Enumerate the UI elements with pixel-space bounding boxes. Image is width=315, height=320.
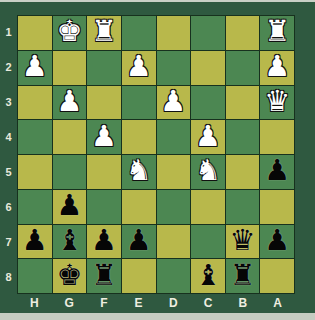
rank-label-7: 7 — [0, 224, 17, 259]
square-g1[interactable]: ♚ — [53, 16, 87, 50]
piece-black-pawn[interactable]: ♟ — [91, 226, 117, 255]
piece-white-pawn[interactable]: ♟ — [195, 122, 221, 151]
piece-white-knight[interactable]: ♞ — [195, 156, 221, 185]
square-c8[interactable]: ♝ — [191, 259, 225, 293]
square-d3[interactable]: ♟ — [157, 86, 191, 120]
piece-white-pawn[interactable]: ♟ — [56, 87, 82, 116]
square-c2[interactable] — [191, 51, 225, 85]
file-label-h: H — [17, 294, 52, 312]
square-e5[interactable]: ♞ — [122, 155, 156, 189]
square-d5[interactable] — [157, 155, 191, 189]
square-g2[interactable] — [53, 51, 87, 85]
rank-label-6: 6 — [0, 189, 17, 224]
square-g5[interactable] — [53, 155, 87, 189]
square-b4[interactable] — [226, 120, 260, 154]
square-a8[interactable] — [260, 259, 294, 293]
square-c1[interactable] — [191, 16, 225, 50]
square-c7[interactable] — [191, 225, 225, 259]
square-a2[interactable]: ♟ — [260, 51, 294, 85]
square-b1[interactable] — [226, 16, 260, 50]
piece-white-knight[interactable]: ♞ — [126, 156, 152, 185]
square-d7[interactable] — [157, 225, 191, 259]
file-label-d: D — [156, 294, 191, 312]
piece-white-pawn[interactable]: ♟ — [22, 52, 48, 81]
piece-black-pawn[interactable]: ♟ — [56, 191, 82, 220]
chessboard-window: 12345678 ♚♜♜♟♟♟♟♟♛♟♟♞♞♟♟♟♝♟♟♛♟♚♜♝♜ HGFED… — [0, 0, 315, 320]
rank-label-3: 3 — [0, 85, 17, 120]
square-g7[interactable]: ♝ — [53, 225, 87, 259]
square-f5[interactable] — [87, 155, 121, 189]
piece-black-pawn[interactable]: ♟ — [264, 156, 290, 185]
square-e1[interactable] — [122, 16, 156, 50]
square-e7[interactable]: ♟ — [122, 225, 156, 259]
square-c5[interactable]: ♞ — [191, 155, 225, 189]
piece-white-pawn[interactable]: ♟ — [91, 122, 117, 151]
piece-black-bishop[interactable]: ♝ — [56, 226, 82, 255]
board: ♚♜♜♟♟♟♟♟♛♟♟♞♞♟♟♟♝♟♟♛♟♚♜♝♜ — [17, 15, 295, 294]
piece-black-pawn[interactable]: ♟ — [264, 226, 290, 255]
square-e8[interactable] — [122, 259, 156, 293]
square-f7[interactable]: ♟ — [87, 225, 121, 259]
file-labels: HGFEDCBA — [17, 294, 295, 312]
square-h3[interactable] — [18, 86, 52, 120]
piece-black-rook[interactable]: ♜ — [91, 261, 117, 290]
square-h6[interactable] — [18, 190, 52, 224]
piece-black-rook[interactable]: ♜ — [230, 261, 256, 290]
piece-black-queen[interactable]: ♛ — [230, 226, 256, 255]
square-h1[interactable] — [18, 16, 52, 50]
piece-white-rook[interactable]: ♜ — [91, 17, 117, 46]
file-label-a: A — [260, 294, 295, 312]
rank-labels: 12345678 — [0, 15, 17, 294]
rank-label-4: 4 — [0, 120, 17, 155]
square-a4[interactable] — [260, 120, 294, 154]
square-b2[interactable] — [226, 51, 260, 85]
square-b5[interactable] — [226, 155, 260, 189]
square-g8[interactable]: ♚ — [53, 259, 87, 293]
square-g4[interactable] — [53, 120, 87, 154]
square-f1[interactable]: ♜ — [87, 16, 121, 50]
square-d8[interactable] — [157, 259, 191, 293]
square-a5[interactable]: ♟ — [260, 155, 294, 189]
file-label-b: B — [226, 294, 261, 312]
piece-black-king[interactable]: ♚ — [56, 261, 82, 290]
square-b8[interactable]: ♜ — [226, 259, 260, 293]
rank-label-8: 8 — [0, 259, 17, 294]
square-d6[interactable] — [157, 190, 191, 224]
piece-white-king[interactable]: ♚ — [56, 17, 82, 46]
square-a1[interactable]: ♜ — [260, 16, 294, 50]
rank-label-2: 2 — [0, 50, 17, 85]
square-f8[interactable]: ♜ — [87, 259, 121, 293]
square-b7[interactable]: ♛ — [226, 225, 260, 259]
file-label-f: F — [87, 294, 122, 312]
square-c3[interactable] — [191, 86, 225, 120]
square-d2[interactable] — [157, 51, 191, 85]
square-d1[interactable] — [157, 16, 191, 50]
square-e3[interactable] — [122, 86, 156, 120]
square-f3[interactable] — [87, 86, 121, 120]
square-a3[interactable]: ♛ — [260, 86, 294, 120]
square-h8[interactable] — [18, 259, 52, 293]
square-h2[interactable]: ♟ — [18, 51, 52, 85]
piece-white-pawn[interactable]: ♟ — [126, 52, 152, 81]
rank-label-1: 1 — [0, 15, 17, 50]
square-f2[interactable] — [87, 51, 121, 85]
piece-black-pawn[interactable]: ♟ — [126, 226, 152, 255]
square-c4[interactable]: ♟ — [191, 120, 225, 154]
file-label-g: G — [52, 294, 87, 312]
square-d4[interactable] — [157, 120, 191, 154]
file-label-e: E — [121, 294, 156, 312]
piece-white-queen[interactable]: ♛ — [264, 87, 290, 116]
square-a7[interactable]: ♟ — [260, 225, 294, 259]
square-h4[interactable] — [18, 120, 52, 154]
square-a6[interactable] — [260, 190, 294, 224]
square-g6[interactable]: ♟ — [53, 190, 87, 224]
square-e2[interactable]: ♟ — [122, 51, 156, 85]
square-c6[interactable] — [191, 190, 225, 224]
piece-black-pawn[interactable]: ♟ — [22, 226, 48, 255]
square-f4[interactable]: ♟ — [87, 120, 121, 154]
rank-label-5: 5 — [0, 155, 17, 190]
piece-white-pawn[interactable]: ♟ — [160, 87, 186, 116]
square-e6[interactable] — [122, 190, 156, 224]
file-label-c: C — [191, 294, 226, 312]
window-edge-bottom — [0, 313, 315, 320]
square-f6[interactable] — [87, 190, 121, 224]
square-b6[interactable] — [226, 190, 260, 224]
square-e4[interactable] — [122, 120, 156, 154]
square-g3[interactable]: ♟ — [53, 86, 87, 120]
square-b3[interactable] — [226, 86, 260, 120]
square-h5[interactable] — [18, 155, 52, 189]
square-h7[interactable]: ♟ — [18, 225, 52, 259]
piece-white-rook[interactable]: ♜ — [264, 17, 290, 46]
piece-white-pawn[interactable]: ♟ — [264, 52, 290, 81]
piece-black-bishop[interactable]: ♝ — [195, 261, 221, 290]
